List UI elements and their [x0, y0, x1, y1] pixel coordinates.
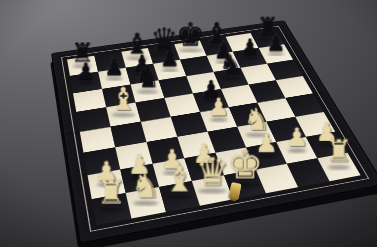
piece-black-pawn-d7[interactable]: ♟ [160, 48, 180, 70]
piece-white-bishop-b5[interactable]: ♝ [109, 84, 137, 115]
piece-black-knight-c6[interactable]: ♞ [135, 64, 160, 92]
piece-white-knight-b1[interactable]: ♞ [131, 170, 161, 203]
square-c1[interactable]: ♝ [159, 181, 200, 212]
piece-black-king-e8[interactable]: ♚ [176, 18, 205, 50]
chess-set-photo: ♜♝♛♚♝♜♟♟♟♟♟♟♟♞♞♝♟♟♞♟♟♟♟♟♟♟♜♞♝♛♚♜ [0, 0, 377, 247]
piece-black-knight-f6[interactable]: ♞ [219, 51, 244, 78]
piece-white-king-e1[interactable]: ♚ [227, 145, 263, 185]
piece-white-pawn-g2[interactable]: ♟ [285, 125, 308, 151]
piece-black-pawn-a7[interactable]: ♟ [76, 60, 96, 83]
piece-white-bishop-c1[interactable]: ♝ [164, 162, 196, 197]
square-b5[interactable]: ♝ [106, 103, 141, 127]
piece-white-queen-d1[interactable]: ♛ [195, 153, 229, 191]
piece-black-pawn-h7[interactable]: ♟ [266, 32, 285, 54]
square-a1[interactable]: ♜ [92, 193, 132, 225]
piece-white-pawn-e4[interactable]: ♟ [208, 95, 230, 119]
square-b1[interactable]: ♞ [126, 187, 166, 218]
piece-white-rook-a1[interactable]: ♜ [97, 177, 126, 209]
square-a6[interactable] [73, 89, 106, 112]
piece-white-rook-h1[interactable]: ♜ [325, 137, 352, 168]
piece-black-pawn-b7[interactable]: ♟ [104, 56, 124, 79]
square-d1[interactable]: ♛ [192, 175, 233, 205]
